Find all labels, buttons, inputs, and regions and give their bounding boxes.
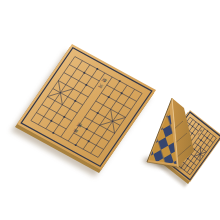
folded-flap	[132, 88, 212, 178]
svg-text:界: 界	[72, 128, 79, 135]
svg-text:漢: 漢	[76, 122, 83, 129]
svg-text:河: 河	[97, 83, 104, 90]
product-photo: 楚河漢界 楚河漢界	[0, 0, 220, 220]
